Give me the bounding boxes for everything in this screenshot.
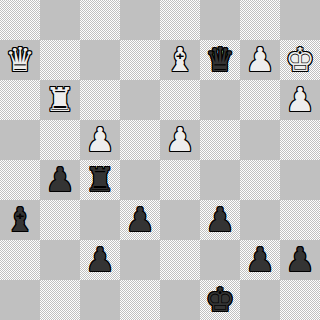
square-d2[interactable]	[120, 240, 160, 280]
piece-black-pawn-d3[interactable]: ♟	[125, 203, 155, 236]
piece-white-bishop-e7[interactable]: ♝	[165, 43, 195, 76]
square-d5[interactable]	[120, 120, 160, 160]
square-c3[interactable]	[80, 200, 120, 240]
square-g5[interactable]	[240, 120, 280, 160]
square-d8[interactable]	[120, 0, 160, 40]
square-a3[interactable]: ♝	[0, 200, 40, 240]
square-e1[interactable]	[160, 280, 200, 320]
piece-black-pawn-h2[interactable]: ♟	[285, 243, 315, 276]
piece-white-king-h7[interactable]: ♚	[285, 43, 315, 76]
square-f7[interactable]: ♛	[200, 40, 240, 80]
square-g4[interactable]	[240, 160, 280, 200]
piece-black-bishop-a3[interactable]: ♝	[5, 203, 35, 236]
piece-black-pawn-c2[interactable]: ♟	[85, 243, 115, 276]
piece-white-rook-b6[interactable]: ♜	[45, 83, 75, 116]
square-e7[interactable]: ♝	[160, 40, 200, 80]
square-g1[interactable]	[240, 280, 280, 320]
square-c5[interactable]: ♟	[80, 120, 120, 160]
square-a2[interactable]	[0, 240, 40, 280]
square-h8[interactable]	[280, 0, 320, 40]
square-c4[interactable]: ♜	[80, 160, 120, 200]
square-f5[interactable]	[200, 120, 240, 160]
square-e5[interactable]: ♟	[160, 120, 200, 160]
square-a1[interactable]	[0, 280, 40, 320]
piece-black-pawn-b4[interactable]: ♟	[45, 163, 75, 196]
square-a7[interactable]: ♛	[0, 40, 40, 80]
square-h2[interactable]: ♟	[280, 240, 320, 280]
square-b5[interactable]	[40, 120, 80, 160]
piece-black-pawn-g2[interactable]: ♟	[245, 243, 275, 276]
square-g7[interactable]: ♟	[240, 40, 280, 80]
square-f6[interactable]	[200, 80, 240, 120]
square-h6[interactable]: ♟	[280, 80, 320, 120]
square-h5[interactable]	[280, 120, 320, 160]
square-f4[interactable]	[200, 160, 240, 200]
square-g8[interactable]	[240, 0, 280, 40]
square-b3[interactable]	[40, 200, 80, 240]
square-f8[interactable]	[200, 0, 240, 40]
square-b1[interactable]	[40, 280, 80, 320]
square-b4[interactable]: ♟	[40, 160, 80, 200]
piece-white-pawn-c5[interactable]: ♟	[85, 123, 115, 156]
square-a6[interactable]	[0, 80, 40, 120]
square-d6[interactable]	[120, 80, 160, 120]
square-e4[interactable]	[160, 160, 200, 200]
square-c6[interactable]	[80, 80, 120, 120]
square-g2[interactable]: ♟	[240, 240, 280, 280]
square-h1[interactable]	[280, 280, 320, 320]
piece-white-queen-a7[interactable]: ♛	[5, 43, 35, 76]
square-f1[interactable]: ♚	[200, 280, 240, 320]
square-f2[interactable]	[200, 240, 240, 280]
square-h7[interactable]: ♚	[280, 40, 320, 80]
square-e2[interactable]	[160, 240, 200, 280]
square-b7[interactable]	[40, 40, 80, 80]
square-c7[interactable]	[80, 40, 120, 80]
square-b6[interactable]: ♜	[40, 80, 80, 120]
square-e3[interactable]	[160, 200, 200, 240]
square-h4[interactable]	[280, 160, 320, 200]
square-e8[interactable]	[160, 0, 200, 40]
square-a5[interactable]	[0, 120, 40, 160]
square-a8[interactable]	[0, 0, 40, 40]
square-f3[interactable]: ♟	[200, 200, 240, 240]
piece-white-pawn-g7[interactable]: ♟	[245, 43, 275, 76]
square-b2[interactable]	[40, 240, 80, 280]
piece-black-pawn-f3[interactable]: ♟	[205, 203, 235, 236]
square-g6[interactable]	[240, 80, 280, 120]
piece-black-rook-c4[interactable]: ♜	[85, 163, 115, 196]
square-c1[interactable]	[80, 280, 120, 320]
square-c2[interactable]: ♟	[80, 240, 120, 280]
square-c8[interactable]	[80, 0, 120, 40]
square-b8[interactable]	[40, 0, 80, 40]
square-d1[interactable]	[120, 280, 160, 320]
square-d4[interactable]	[120, 160, 160, 200]
square-a4[interactable]	[0, 160, 40, 200]
square-d7[interactable]	[120, 40, 160, 80]
square-h3[interactable]	[280, 200, 320, 240]
square-d3[interactable]: ♟	[120, 200, 160, 240]
piece-black-king-f1[interactable]: ♚	[205, 283, 235, 316]
piece-black-queen-f7[interactable]: ♛	[205, 43, 235, 76]
square-g3[interactable]	[240, 200, 280, 240]
square-e6[interactable]	[160, 80, 200, 120]
piece-white-pawn-e5[interactable]: ♟	[165, 123, 195, 156]
piece-white-pawn-h6[interactable]: ♟	[285, 83, 315, 116]
chess-board: ♛♝♛♟♚♜♟♟♟♟♜♝♟♟♟♟♟♚	[0, 0, 320, 320]
